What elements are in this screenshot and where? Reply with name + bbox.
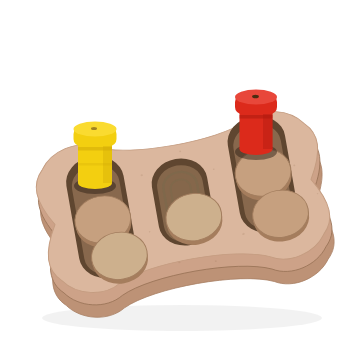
peg-top-hole xyxy=(91,127,97,130)
peg-top-hole xyxy=(252,95,259,99)
peg-groove xyxy=(78,147,112,151)
product-photo xyxy=(0,0,360,360)
red-peg[interactable] xyxy=(235,90,277,161)
yellow-peg[interactable] xyxy=(74,122,117,195)
peg-groove xyxy=(240,115,273,119)
peg-groove xyxy=(78,163,112,166)
